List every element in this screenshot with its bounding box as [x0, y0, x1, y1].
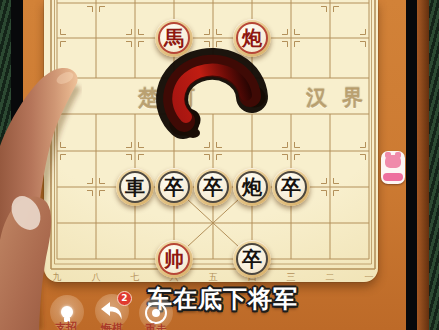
- piece-face: 卒: [236, 243, 268, 275]
- piece-face: 帅: [158, 243, 190, 275]
- xiangqi-board[interactable]: 九八七六五四三二一 楚河 汉界 馬炮車卒卒炮卒帅卒: [44, 0, 378, 282]
- undo-count-badge: 2: [117, 291, 132, 306]
- piece-red-horse[interactable]: 馬: [155, 19, 193, 57]
- undo-button-label: 悔棋: [101, 321, 123, 330]
- piece-face: 馬: [158, 22, 190, 54]
- file-label: 一: [365, 272, 374, 282]
- piece-black-soldier[interactable]: 卒: [155, 168, 193, 206]
- replay-circle-icon: [145, 302, 167, 324]
- piece-black-soldier[interactable]: 卒: [272, 168, 310, 206]
- file-label: 九: [53, 272, 62, 282]
- file-label: 八: [92, 272, 101, 282]
- piece-black-soldier[interactable]: 卒: [194, 168, 232, 206]
- board-grid: 九八七六五四三二一: [44, 0, 378, 282]
- piece-face: 卒: [158, 171, 190, 203]
- piece-black-chariot[interactable]: 車: [116, 168, 154, 206]
- pet-banner: [383, 173, 403, 181]
- piece-face: 卒: [197, 171, 229, 203]
- lightbulb-icon: [61, 306, 73, 318]
- river-label-right: 汉界: [306, 84, 378, 112]
- piece-black-cannon[interactable]: 炮: [233, 168, 271, 206]
- file-label: 五: [209, 272, 218, 282]
- file-label: 七: [130, 272, 140, 282]
- file-label: 三: [287, 272, 296, 282]
- hint-button-label: 支招: [55, 320, 77, 330]
- screen-trim: [417, 0, 429, 330]
- piece-red-general[interactable]: 帅: [155, 240, 193, 278]
- piece-face: 車: [119, 171, 151, 203]
- piece-face: 卒: [275, 171, 307, 203]
- piece-face: 炮: [236, 22, 268, 54]
- background-left: [0, 0, 11, 330]
- pet-button[interactable]: [381, 151, 405, 184]
- cat-icon: [385, 155, 401, 168]
- screenshot-stage: 九八七六五四三二一 楚河 汉界 馬炮車卒卒炮卒帅卒 车在底下将军 支招: [0, 0, 439, 330]
- piece-red-cannon[interactable]: 炮: [233, 19, 271, 57]
- replay-button-label: 重走: [145, 322, 167, 330]
- piece-face: 炮: [236, 171, 268, 203]
- file-label: 二: [326, 272, 335, 282]
- river-label-left: 楚河: [138, 84, 210, 112]
- piece-black-soldier[interactable]: 卒: [233, 240, 271, 278]
- tablet-bezel-left: [11, 0, 23, 330]
